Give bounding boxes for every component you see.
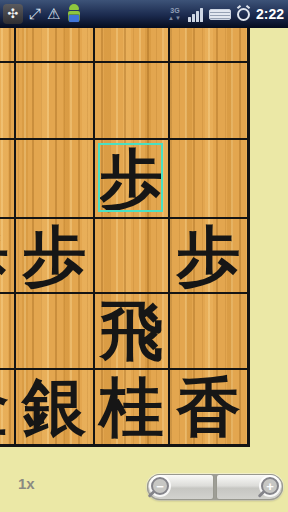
system-status-icons: 3G ▲▼ 2:22 <box>168 6 288 22</box>
minus-symbol: − <box>156 480 164 493</box>
zoom-level-label: 1x <box>18 475 35 492</box>
board-cell-pawn-2f[interactable]: 歩 <box>95 140 170 219</box>
android-debug-icon <box>66 4 82 25</box>
android-head <box>69 4 79 10</box>
gold-piece: 金 <box>0 375 9 439</box>
status-time: 2:22 <box>256 6 284 22</box>
fan-app-icon: ✣ <box>3 4 23 24</box>
pawn-piece: 歩 <box>0 224 9 288</box>
board-cell[interactable] <box>0 63 16 140</box>
board-cell[interactable] <box>16 140 95 219</box>
rook-piece: 飛 <box>100 299 164 363</box>
board-cell[interactable] <box>0 28 16 63</box>
board-cell-gold-partial[interactable]: 金 <box>0 370 16 444</box>
zoom-out-button[interactable]: − <box>147 474 214 500</box>
board-cell-knight[interactable]: 桂 <box>95 370 170 444</box>
knight-piece: 桂 <box>100 375 164 439</box>
shogi-board[interactable]: 歩 歩 歩 歩 飛 金 銀 桂 香 <box>0 28 250 447</box>
status-bar: ✣ ⤢ ⚠ 3G ▲▼ 2:22 <box>0 0 288 28</box>
board-cell-pawn[interactable]: 歩 <box>170 219 247 294</box>
board-cell[interactable] <box>95 28 170 63</box>
lance-piece: 香 <box>177 375 241 439</box>
pawn-piece: 歩 <box>100 147 164 211</box>
board-cell-silver[interactable]: 銀 <box>16 370 95 444</box>
board-cell[interactable] <box>170 28 247 63</box>
pawn-piece: 歩 <box>177 224 241 288</box>
zoom-in-button[interactable]: + <box>216 474 283 500</box>
silver-piece: 銀 <box>23 375 87 439</box>
board-cell[interactable] <box>95 219 170 294</box>
signal-strength-icon <box>188 7 203 22</box>
android-book <box>69 15 79 22</box>
board-cell[interactable] <box>170 294 247 370</box>
board-cell-pawn-partial[interactable]: 歩 <box>0 219 16 294</box>
board-cell[interactable] <box>16 28 95 63</box>
board-cell-pawn[interactable]: 歩 <box>16 219 95 294</box>
board-cell[interactable] <box>16 63 95 140</box>
warning-icon: ⚠ <box>47 4 60 24</box>
magnifier-plus-icon: + <box>261 477 279 495</box>
board-cell[interactable] <box>0 140 16 219</box>
board-cell-lance[interactable]: 香 <box>170 370 247 444</box>
notification-icons: ✣ ⤢ ⚠ <box>0 4 82 25</box>
network-3g-icon: 3G ▲▼ <box>168 7 182 21</box>
alarm-clock-icon <box>237 8 250 21</box>
zoom-control-bar: − + <box>147 474 283 500</box>
pawn-piece: 歩 <box>23 224 87 288</box>
plus-symbol: + <box>266 480 274 493</box>
board-cell-rook[interactable]: 飛 <box>95 294 170 370</box>
board-cell[interactable] <box>170 63 247 140</box>
data-transfer-icon: ⤢ <box>29 4 41 24</box>
network-arrows: ▲▼ <box>168 15 182 21</box>
magnifier-minus-icon: − <box>151 477 169 495</box>
board-cell[interactable] <box>170 140 247 219</box>
network-3g-label: 3G <box>170 7 179 14</box>
board-cell[interactable] <box>0 294 16 370</box>
shogi-app-viewport: 歩 歩 歩 歩 飛 金 銀 桂 香 1x − + <box>0 28 288 512</box>
board-cell[interactable] <box>95 63 170 140</box>
board-cell[interactable] <box>16 294 95 370</box>
battery-icon <box>209 9 231 20</box>
